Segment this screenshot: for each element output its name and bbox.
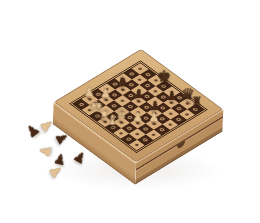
dark-pawn-glyph: ♟ (129, 88, 149, 100)
dark-knight-glyph: ♞ (113, 75, 133, 88)
dark-rook-glyph: ♜ (187, 96, 207, 109)
product-photo-canvas: ♚♛♜♟♞♟♟♟♟♟♟♛♚♜♝ ♟♟♟♟♟♟♟ (0, 0, 260, 223)
drawer-pull-notch[interactable] (177, 140, 185, 149)
dark-king-glyph: ♚ (154, 69, 174, 85)
box-3d: ♚♛♜♟♞♟♟♟♟♟♟♛♚♜♝ (54, 49, 224, 162)
light-pawn-glyph: ♟ (37, 144, 53, 159)
light-bishop-glyph: ♝ (103, 113, 123, 127)
light-pawn-glyph: ♟ (128, 110, 148, 122)
